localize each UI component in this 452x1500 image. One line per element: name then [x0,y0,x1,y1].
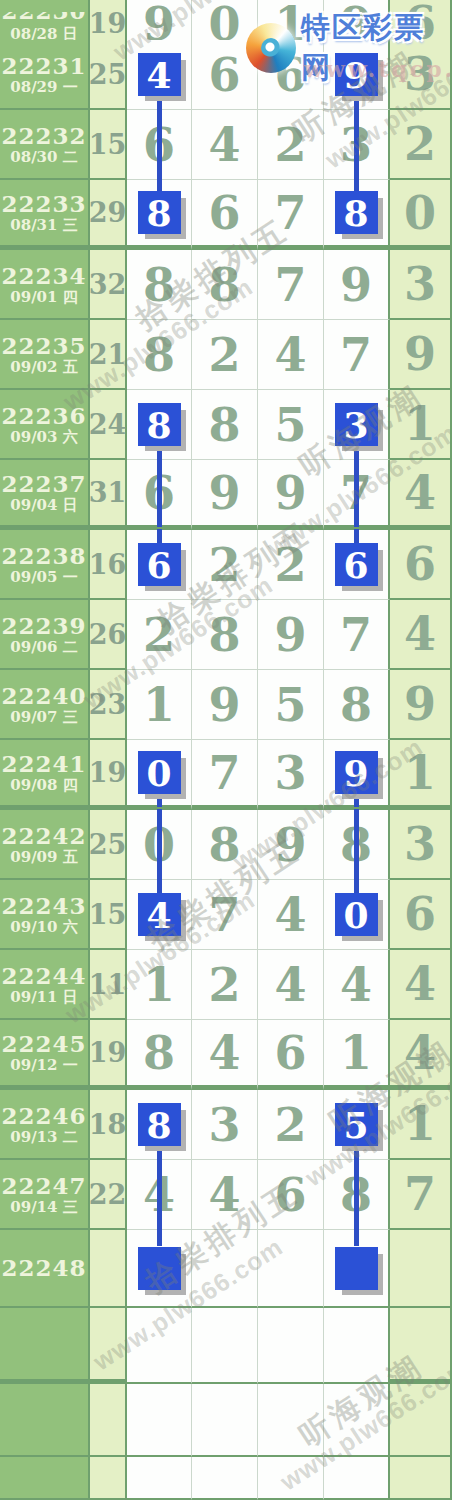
sum-cell [90,1457,127,1500]
digit: 7 [274,190,306,236]
draw-id: 22247 [1,1173,86,1198]
draw-date: 09/12 一 [10,1057,77,1074]
chart-row: 2223709/04 日3169974 [0,460,450,530]
chart-row: 2223509/02 五2182479 [0,320,450,390]
digit-cell: 0 [127,810,192,880]
digit-cell: 4 [258,880,324,950]
digit: 9 [340,262,372,308]
digit: 4 [404,1030,436,1076]
draw-id: 22237 [1,471,86,496]
draw-date: 09/08 四 [10,777,77,794]
digit-cell [192,1308,258,1384]
sum-cell: 15 [90,880,127,950]
draw-date: 08/31 三 [10,217,77,234]
digit: 3 [404,261,436,307]
highlight-box: 4 [138,53,181,96]
digit: 1 [143,682,175,728]
digit-cell: 7 [324,460,390,530]
digit: 8 [208,612,240,658]
connector-line [354,1229,359,1246]
digit: 2 [274,1102,306,1148]
digit-cell: 4 [258,320,324,390]
draw-id: 22246 [1,1103,86,1128]
draw-cell: 2223709/04 日 [0,460,90,530]
digit-cell: 8 [127,1020,192,1090]
digit-cell: 8 [324,810,390,880]
digit-cell [127,1457,192,1500]
digit-cell: 9 [258,460,324,530]
digit-cell: 6 [324,530,390,600]
draw-cell: 2224609/13 二 [0,1090,90,1160]
digit-cell [258,1308,324,1384]
digit-cell: 6 [127,460,192,530]
sum-cell: 25 [90,810,127,880]
digit-cell: 2 [192,530,258,600]
tail-cell: 4 [390,460,450,530]
draw-date: 08/29 一 [10,79,77,96]
highlight-box: 6 [138,543,181,586]
digit-cell: 8 [127,180,192,250]
tail-cell [390,1457,450,1500]
digit-cell: 4 [127,1160,192,1230]
digit: 9 [274,470,306,516]
highlight-box: 4 [138,893,181,936]
digit: 1 [340,1030,372,1076]
tail-cell [390,1384,450,1457]
highlight-box: 8 [138,403,181,446]
draw-cell: 2224309/10 六 [0,880,90,950]
digit-cell: 9 [324,250,390,320]
draw-id: 22242 [1,823,86,848]
digit-cell: 4 [127,40,192,110]
draw-date: 09/09 五 [10,849,77,866]
highlight-box: 8 [335,191,378,234]
digit: 7 [404,1171,436,1217]
digit: 7 [208,892,240,938]
draw-date: 09/02 五 [10,359,77,376]
digit: 7 [274,262,306,308]
sum-cell: 18 [90,1090,127,1160]
draw-cell: 2224509/12 一 [0,1020,90,1090]
sum-cell: 25 [90,40,127,110]
digit-cell [258,1230,324,1308]
digit-cell: 3 [258,740,324,810]
tail-cell: 6 [390,880,450,950]
connector-line [157,809,162,881]
digit: 8 [340,682,372,728]
digit-cell: 5 [324,1090,390,1160]
digit-cell: 4 [258,950,324,1020]
draw-id: 22231 [1,53,86,78]
digit: 7 [340,612,372,658]
digit: 9 [274,822,306,868]
chart-row: 2224009/07 三2319589 [0,670,450,740]
digit-cell: 6 [127,110,192,180]
digit-cell: 6 [192,180,258,250]
digit-cell: 7 [324,320,390,390]
digit: 8 [208,262,240,308]
draw-cell: 2224209/09 五 [0,810,90,880]
chart-row: 2224209/09 五2508983 [0,810,450,880]
draw-id-clipped: 22230 [1,12,86,23]
digit: 9 [404,681,436,727]
draw-cell: 2223509/02 五 [0,320,90,390]
draw-id: 22238 [1,543,86,568]
sum-cell: 21 [90,320,127,390]
draw-cell: 2223308/31 三 [0,180,90,250]
digit-cell: 2 [258,110,324,180]
connector-line [157,109,162,181]
chart-row: 2223809/05 一1662266 [0,530,450,600]
draw-date: 08/30 二 [10,149,77,166]
draw-cell [0,1384,90,1457]
tail-cell [390,1230,450,1308]
digit: 9 [274,612,306,658]
digit: 2 [208,542,240,588]
highlight-box: 8 [138,191,181,234]
digit: 4 [208,122,240,168]
digit-cell: 7 [192,880,258,950]
digit: 1 [404,401,436,447]
tail-cell: 2 [390,110,450,180]
digit: 9 [208,682,240,728]
digit: 1 [143,962,175,1008]
connector-line [354,459,359,527]
logo-swirl-icon [246,23,296,73]
connector-line [157,179,162,191]
tail-cell: 7 [390,1160,450,1230]
digit: 2 [404,121,436,167]
connector-line [157,459,162,527]
draw-id: 22230 [1,12,86,23]
draw-id: 22245 [1,1031,86,1056]
connector-line [157,794,162,808]
tail-cell: 1 [390,1090,450,1160]
draw-date: 09/06 二 [10,639,77,656]
digit-cell: 8 [324,180,390,250]
digit-cell: 2 [127,600,192,670]
connector-line [354,794,359,808]
digit-cell: 6 [258,1160,324,1230]
draw-date: 09/05 一 [10,569,77,586]
sum-cell: 11 [90,950,127,1020]
digit: 4 [404,961,436,1007]
sum-cell [90,1308,127,1384]
digit: 4 [404,611,436,657]
tail-cell: 3 [390,810,450,880]
digit-cell: 4 [192,1160,258,1230]
digit-cell: 8 [192,390,258,460]
digit: 2 [208,332,240,378]
digit-cell: 0 [324,880,390,950]
draw-id: 22232 [1,123,86,148]
highlight-box: 9 [335,751,378,794]
digit: 1 [404,1101,436,1147]
highlight-box [335,1247,378,1290]
digit-cell: 4 [192,1020,258,1090]
digit-cell [324,1308,390,1384]
chart-row [0,1457,450,1500]
draw-cell: 2223108/29 一 [0,40,90,110]
digit-cell: 7 [258,180,324,250]
draw-id: 22240 [1,683,86,708]
draw-id: 22236 [1,403,86,428]
draw-cell: 2224709/14 三 [0,1160,90,1230]
connector-line [354,109,359,181]
draw-id: 22235 [1,333,86,358]
digit: 4 [404,470,436,516]
digit: 8 [143,262,175,308]
sum-cell: 31 [90,460,127,530]
draw-id: 22244 [1,963,86,988]
digit: 0 [404,190,436,236]
digit: 6 [404,891,436,937]
digit: 4 [208,1030,240,1076]
chart-row: 2224709/14 三2244687 [0,1160,450,1230]
draw-id: 22248 [1,1255,86,1280]
digit-cell: 1 [127,950,192,1020]
digit-cell: 9 [324,740,390,810]
sum-cell: 16 [90,530,127,600]
draw-cell: 2223909/06 二 [0,600,90,670]
digit: 8 [208,402,240,448]
highlight-box: 0 [335,893,378,936]
trend-chart: 特区彩票网 www.tqcp.net 2223008/28 日199019622… [0,0,452,1500]
digit-cell: 7 [258,250,324,320]
digit-cell [192,1384,258,1457]
chart-row: 2223308/31 三2986780 [0,180,450,250]
digit-cell: 9 [192,670,258,740]
digit: 3 [404,821,436,867]
connector-line [354,1159,359,1231]
site-url-watermark: www.tqcp.net [304,56,452,82]
sum-cell: 24 [90,390,127,460]
digit-cell: 8 [192,600,258,670]
tail-cell: 6 [390,530,450,600]
draw-cell [0,1457,90,1500]
sum-cell: 32 [90,250,127,320]
draw-date: 09/04 日 [10,497,77,514]
highlight-box: 6 [335,543,378,586]
draw-cell [0,1308,90,1384]
tail-cell: 1 [390,740,450,810]
draw-cell: 2224009/07 三 [0,670,90,740]
draw-date: 09/03 六 [10,429,77,446]
digit-cell: 7 [324,600,390,670]
digit: 4 [274,332,306,378]
digit: 2 [208,962,240,1008]
connector-line [157,529,162,543]
digit: 8 [143,332,175,378]
digit: 8 [208,822,240,868]
digit: 5 [274,402,306,448]
tail-cell: 4 [390,1020,450,1090]
draw-cell: 2223809/05 一 [0,530,90,600]
digit-cell: 8 [324,1160,390,1230]
draw-date: 09/11 日 [10,989,77,1006]
draw-cell: 2224109/08 四 [0,740,90,810]
chart-row: 2224409/11 日1112444 [0,950,450,1020]
draw-date: 09/10 六 [10,919,77,936]
digit: 9 [404,331,436,377]
draw-id: 22233 [1,191,86,216]
digit-cell: 2 [192,320,258,390]
draw-date: 09/01 四 [10,289,77,306]
digit: 6 [208,190,240,236]
draw-id: 22239 [1,613,86,638]
draw-cell: 22248 [0,1230,90,1308]
connector-line [354,529,359,543]
digit-cell [258,1384,324,1457]
digit: 6 [274,1172,306,1218]
digit: 7 [340,332,372,378]
chart-row: 2224309/10 六1547406 [0,880,450,950]
digit-cell: 1 [324,1020,390,1090]
digit-cell: 4 [324,950,390,1020]
digit: 3 [208,1102,240,1148]
digit-cell: 5 [258,670,324,740]
digit-cell [127,1230,192,1308]
digit-cell: 2 [258,1090,324,1160]
digit-cell: 8 [192,250,258,320]
connector-line [354,879,359,893]
tail-cell: 4 [390,600,450,670]
digit-cell: 5 [258,390,324,460]
digit: 9 [208,470,240,516]
draw-cell: 2224409/11 日 [0,950,90,1020]
digit-cell: 2 [258,530,324,600]
digit-cell: 3 [192,1090,258,1160]
tail-cell: 9 [390,320,450,390]
digit-cell: 9 [258,600,324,670]
digit: 5 [274,682,306,728]
sum-cell: 29 [90,180,127,250]
digit: 4 [274,962,306,1008]
digit: 4 [274,892,306,938]
highlight-box: 3 [335,403,378,446]
digit: 6 [208,52,240,98]
digit-cell [258,1457,324,1500]
chart-row: 22248 [0,1230,450,1308]
digit: 8 [143,1030,175,1076]
sum-cell: 26 [90,600,127,670]
draw-date: 09/14 三 [10,1199,77,1216]
sum-cell: 23 [90,670,127,740]
digit-cell [127,1308,192,1384]
digit-cell [324,1230,390,1308]
digit-cell [127,1384,192,1457]
draw-id: 22241 [1,751,86,776]
digit: 6 [404,541,436,587]
draw-date: 09/13 二 [10,1129,77,1146]
tail-cell: 4 [390,950,450,1020]
sum-cell: 19 [90,1020,127,1090]
digit-cell: 6 [127,530,192,600]
draw-cell: 2223409/01 四 [0,250,90,320]
tail-cell: 0 [390,180,450,250]
chart-row [0,1308,450,1384]
digit-cell [192,1457,258,1500]
chart-row: 2224109/08 四1907391 [0,740,450,810]
digit-cell: 3 [324,390,390,460]
chart-row: 2223409/01 四3288793 [0,250,450,320]
digit: 2 [274,122,306,168]
digit-cell: 8 [127,390,192,460]
connector-line [354,179,359,191]
digit-cell: 6 [258,1020,324,1090]
chart-row: 2224609/13 二1883251 [0,1090,450,1160]
chart-row: 2224509/12 一1984614 [0,1020,450,1090]
sum-cell: 19 [90,740,127,810]
draw-date: 09/07 三 [10,709,77,726]
draw-cell: 2223208/30 二 [0,110,90,180]
highlight-box: 8 [138,1103,181,1146]
digit-cell: 4 [192,110,258,180]
digit-cell: 8 [127,320,192,390]
digit-cell: 7 [192,740,258,810]
digit: 3 [274,750,306,796]
highlight-box: 0 [138,751,181,794]
draw-id: 22234 [1,263,86,288]
digit: 2 [143,612,175,658]
digit: 7 [208,750,240,796]
tail-cell: 1 [390,390,450,460]
digit-cell: 3 [324,110,390,180]
digit: 4 [340,962,372,1008]
digit-cell: 8 [192,810,258,880]
digit-cell: 4 [127,880,192,950]
sum-cell: 22 [90,1160,127,1230]
chart-row [0,1384,450,1457]
connector-line [157,1159,162,1231]
digit-cell [192,1230,258,1308]
tail-cell [390,1308,450,1384]
digit: 4 [208,1172,240,1218]
chart-row: 2223208/30 二1564232 [0,110,450,180]
digit: 2 [274,542,306,588]
sum-cell [90,1384,127,1457]
digit-cell: 1 [127,670,192,740]
sum-cell [90,1230,127,1308]
highlight-box [138,1247,181,1290]
digit-cell: 9 [258,810,324,880]
draw-cell: 2223609/03 六 [0,390,90,460]
connector-line [157,879,162,893]
connector-line [157,1229,162,1246]
digit-cell: 8 [127,250,192,320]
chart-row: 2223909/06 二2628974 [0,600,450,670]
chart-row: 2223609/03 六2488531 [0,390,450,460]
digit-cell: 2 [192,950,258,1020]
digit-cell: 9 [192,460,258,530]
draw-id: 22243 [1,893,86,918]
tail-cell: 9 [390,670,450,740]
digit: 6 [274,1030,306,1076]
digit-cell [324,1457,390,1500]
tail-cell: 3 [390,250,450,320]
digit-cell [324,1384,390,1457]
connector-line [354,809,359,881]
digit: 1 [404,750,436,796]
digit-cell: 8 [324,670,390,740]
digit-cell: 8 [127,1090,192,1160]
sum-cell: 15 [90,110,127,180]
digit-cell: 0 [127,740,192,810]
highlight-box: 5 [335,1103,378,1146]
